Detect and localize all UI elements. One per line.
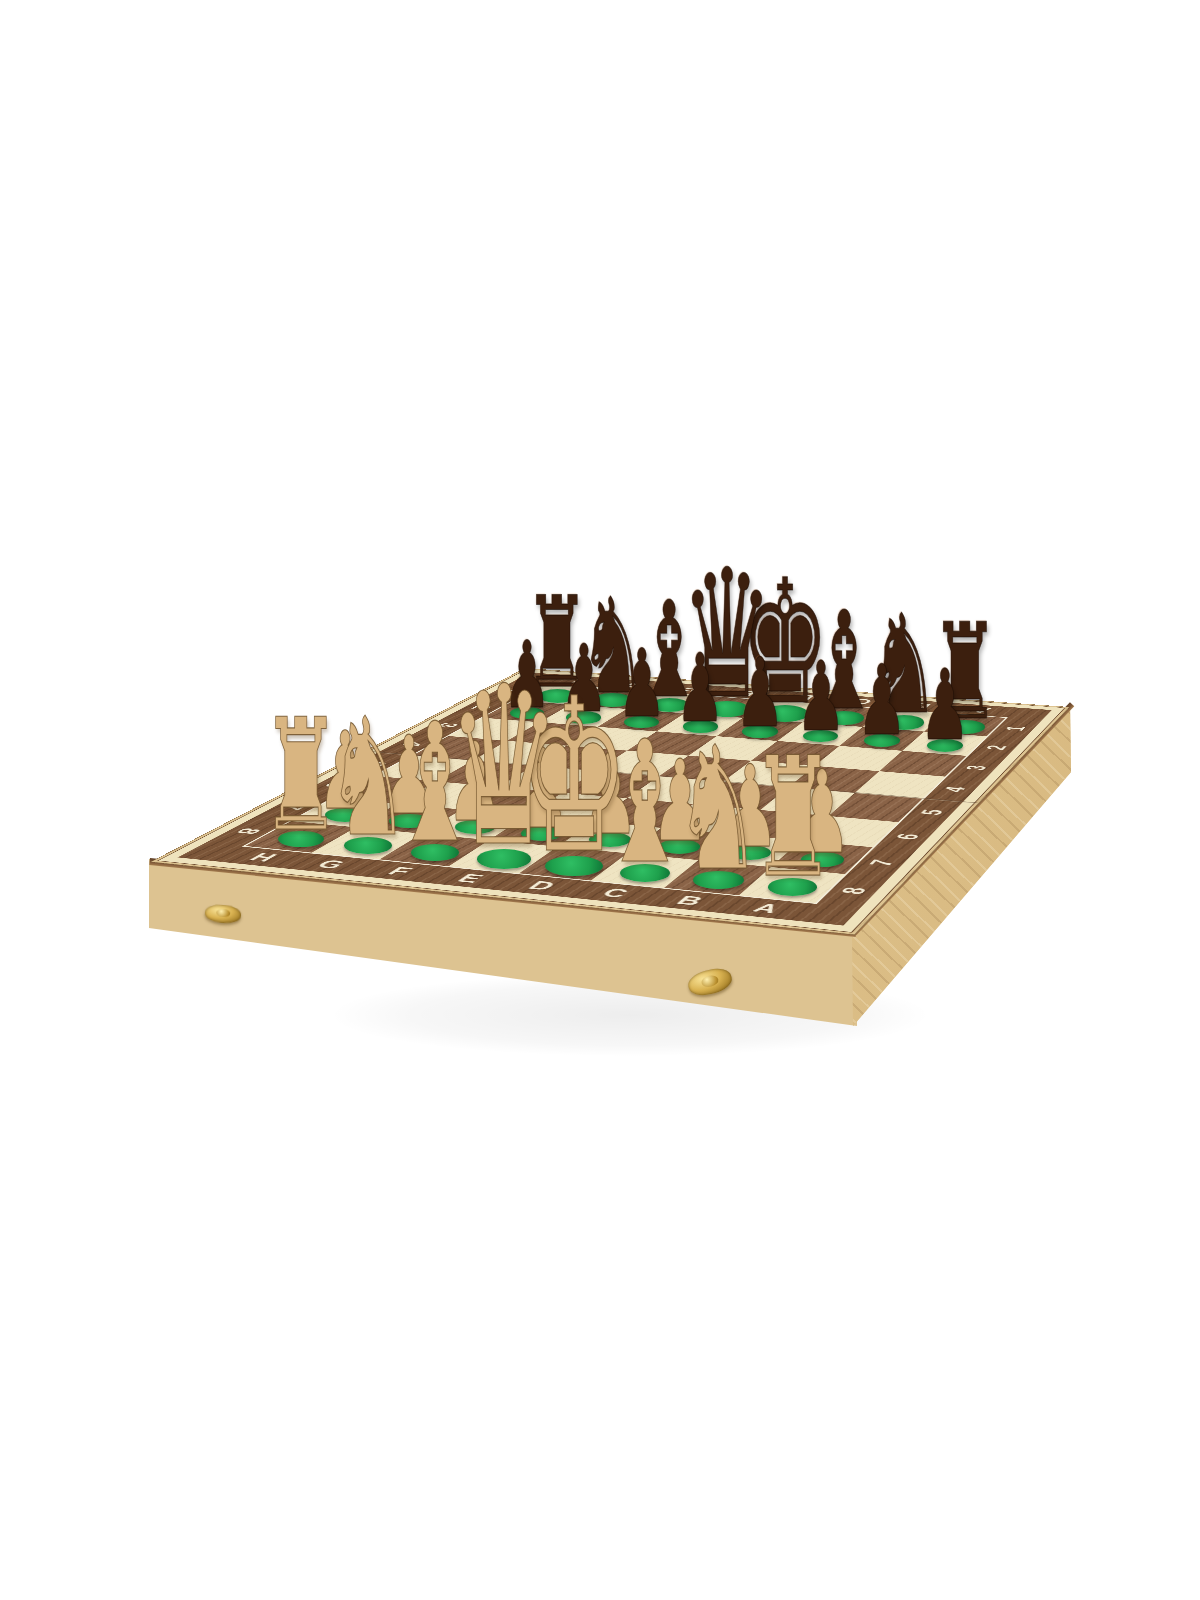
piece-light-rook-a8: ♜: [750, 736, 836, 901]
chess-set-product-photo: { "game": "chess", "position": { "fen_bo…: [0, 0, 1200, 1600]
piece-light-rook-h8: ♜: [261, 698, 341, 853]
piece-dark-pawn-b2: ♟: [857, 653, 907, 750]
piece-dark-pawn-a2: ♟: [919, 657, 970, 755]
